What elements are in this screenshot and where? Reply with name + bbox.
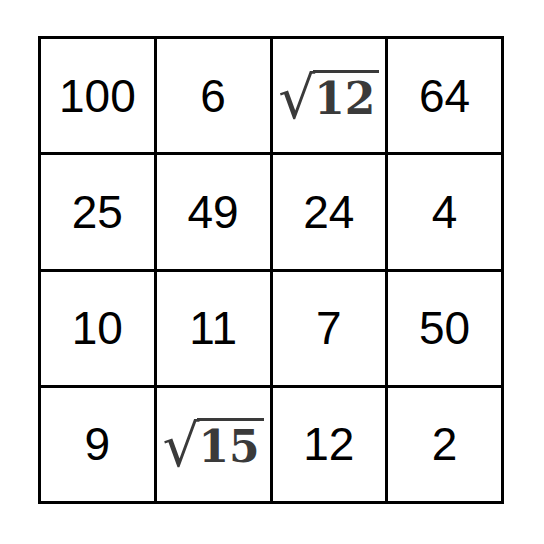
cell-number: 10 (72, 305, 123, 351)
grid-cell-r2c2[interactable]: 49 (157, 155, 270, 268)
cell-number: 6 (200, 73, 226, 119)
radicand: 15 (197, 418, 263, 470)
radical-sign: √ (163, 420, 200, 472)
grid-cell-r1c2[interactable]: 6 (157, 39, 270, 152)
cell-number: 11 (189, 305, 237, 351)
sqrt-expression: √15 (163, 418, 264, 470)
grid-cell-r1c4[interactable]: 64 (388, 39, 501, 152)
cell-number: 12 (303, 421, 354, 467)
cell-number: 49 (188, 189, 239, 235)
number-grid: 1006√1264254924410117509√15122 (38, 36, 504, 504)
cell-number: 4 (432, 189, 458, 235)
grid-cell-r2c3[interactable]: 24 (273, 155, 386, 268)
cell-number: 100 (59, 73, 136, 119)
cell-number: 7 (316, 305, 342, 351)
cell-number: 2 (432, 421, 458, 467)
grid-cell-r3c1[interactable]: 10 (41, 272, 154, 385)
grid-cell-r3c2[interactable]: 11 (157, 272, 270, 385)
grid-cell-r4c2[interactable]: √15 (157, 388, 270, 501)
grid-cell-r3c4[interactable]: 50 (388, 272, 501, 385)
cell-number: 9 (85, 421, 111, 467)
radical-sign: √ (278, 72, 315, 124)
cell-number: 50 (419, 305, 470, 351)
cell-number: 24 (303, 189, 354, 235)
cell-number: 64 (419, 73, 470, 119)
grid-cell-r4c4[interactable]: 2 (388, 388, 501, 501)
radicand: 12 (313, 70, 379, 122)
grid-cell-r2c4[interactable]: 4 (388, 155, 501, 268)
grid-cell-r1c3[interactable]: √12 (273, 39, 386, 152)
sqrt-expression: √12 (278, 70, 379, 122)
grid-cell-r4c1[interactable]: 9 (41, 388, 154, 501)
grid-cell-r1c1[interactable]: 100 (41, 39, 154, 152)
grid-cell-r2c1[interactable]: 25 (41, 155, 154, 268)
grid-cell-r4c3[interactable]: 12 (273, 388, 386, 501)
grid-cell-r3c3[interactable]: 7 (273, 272, 386, 385)
cell-number: 25 (72, 189, 123, 235)
